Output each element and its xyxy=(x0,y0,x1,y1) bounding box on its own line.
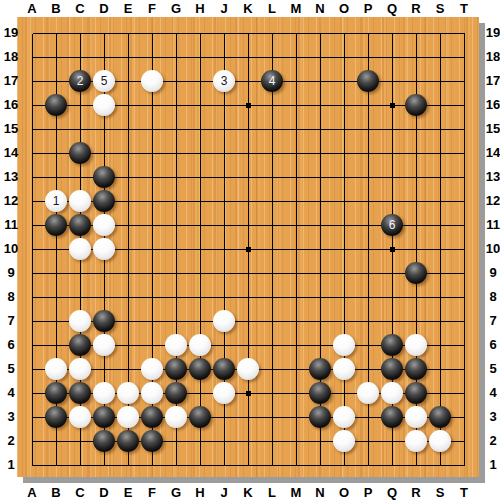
go-board[interactable]: 246531 xyxy=(17,17,479,477)
row-label-right-10: 10 xyxy=(482,237,500,261)
column-label-bottom-S: S xyxy=(428,485,452,500)
row-label-right-12: 12 xyxy=(482,189,500,213)
column-label-top-J: J xyxy=(212,1,236,16)
stone-black[interactable] xyxy=(93,166,115,188)
move-number-label: 4 xyxy=(269,75,276,87)
stone-black[interactable] xyxy=(45,214,67,236)
row-label-left-15: 15 xyxy=(0,117,22,141)
stone-white[interactable] xyxy=(333,430,355,452)
row-label-left-2: 2 xyxy=(0,429,22,453)
column-label-top-O: O xyxy=(332,1,356,16)
row-label-left-10: 10 xyxy=(0,237,22,261)
row-label-left-13: 13 xyxy=(0,165,22,189)
stone-white[interactable] xyxy=(69,190,91,212)
row-label-left-11: 11 xyxy=(0,213,22,237)
stone-white[interactable] xyxy=(405,406,427,428)
column-label-bottom-H: H xyxy=(188,485,212,500)
column-label-bottom-B: B xyxy=(44,485,68,500)
stone-white[interactable] xyxy=(69,238,91,260)
stone-white[interactable] xyxy=(93,94,115,116)
stone-white[interactable] xyxy=(405,430,427,452)
row-label-left-16: 16 xyxy=(0,93,22,117)
column-label-top-K: K xyxy=(236,1,260,16)
stone-black[interactable] xyxy=(45,94,67,116)
stone-black[interactable] xyxy=(405,382,427,404)
row-label-right-2: 2 xyxy=(482,429,500,453)
row-label-left-18: 18 xyxy=(0,45,22,69)
column-label-bottom-O: O xyxy=(332,485,356,500)
stone-black[interactable] xyxy=(381,406,403,428)
stone-white[interactable]: 1 xyxy=(45,190,67,212)
stone-black[interactable] xyxy=(93,310,115,332)
stone-white[interactable] xyxy=(165,406,187,428)
row-label-left-19: 19 xyxy=(0,21,22,45)
column-label-bottom-G: G xyxy=(164,485,188,500)
column-label-top-L: L xyxy=(260,1,284,16)
move-number-label: 1 xyxy=(53,195,60,207)
column-label-top-R: R xyxy=(404,1,428,16)
row-label-left-7: 7 xyxy=(0,309,22,333)
stone-white[interactable] xyxy=(117,406,139,428)
star-point xyxy=(390,103,395,108)
stone-black[interactable] xyxy=(69,334,91,356)
stone-black[interactable]: 2 xyxy=(69,70,91,92)
stone-black[interactable] xyxy=(213,358,235,380)
move-number-label: 2 xyxy=(77,75,84,87)
stone-black[interactable] xyxy=(165,358,187,380)
column-label-bottom-F: F xyxy=(140,485,164,500)
stone-black[interactable] xyxy=(405,262,427,284)
stone-white[interactable] xyxy=(93,382,115,404)
stone-white[interactable] xyxy=(429,430,451,452)
column-label-bottom-T: T xyxy=(452,485,476,500)
stone-black[interactable] xyxy=(93,190,115,212)
stone-black[interactable] xyxy=(405,358,427,380)
stone-black[interactable] xyxy=(381,334,403,356)
stone-white[interactable] xyxy=(141,70,163,92)
column-label-top-S: S xyxy=(428,1,452,16)
stone-white[interactable]: 5 xyxy=(93,70,115,92)
stone-black[interactable] xyxy=(309,358,331,380)
row-label-left-9: 9 xyxy=(0,261,22,285)
stone-black[interactable] xyxy=(165,382,187,404)
stone-black[interactable] xyxy=(69,142,91,164)
row-label-left-17: 17 xyxy=(0,69,22,93)
move-number-label: 6 xyxy=(389,219,396,231)
row-label-right-9: 9 xyxy=(482,261,500,285)
stone-white[interactable] xyxy=(381,382,403,404)
row-label-left-8: 8 xyxy=(0,285,22,309)
column-label-bottom-E: E xyxy=(116,485,140,500)
stone-white[interactable] xyxy=(93,238,115,260)
row-label-left-12: 12 xyxy=(0,189,22,213)
column-label-top-B: B xyxy=(44,1,68,16)
stone-white[interactable] xyxy=(333,334,355,356)
column-label-bottom-Q: Q xyxy=(380,485,404,500)
row-label-right-5: 5 xyxy=(482,357,500,381)
row-label-right-18: 18 xyxy=(482,45,500,69)
stone-black[interactable] xyxy=(141,430,163,452)
go-app-screen: 246531 AABBCCDDEEFFGGHHJJKKLLMMNNOOPPQQR… xyxy=(0,0,500,500)
stone-black[interactable] xyxy=(69,382,91,404)
column-label-bottom-A: A xyxy=(20,485,44,500)
column-label-bottom-C: C xyxy=(68,485,92,500)
column-label-bottom-R: R xyxy=(404,485,428,500)
stone-white[interactable] xyxy=(69,358,91,380)
row-label-right-11: 11 xyxy=(482,213,500,237)
stone-black[interactable] xyxy=(189,406,211,428)
row-label-left-6: 6 xyxy=(0,333,22,357)
row-label-right-4: 4 xyxy=(482,381,500,405)
column-label-top-Q: Q xyxy=(380,1,404,16)
row-label-right-6: 6 xyxy=(482,333,500,357)
stone-black[interactable] xyxy=(93,430,115,452)
stone-black[interactable] xyxy=(45,382,67,404)
stone-white[interactable] xyxy=(69,406,91,428)
column-label-top-C: C xyxy=(68,1,92,16)
column-label-top-P: P xyxy=(356,1,380,16)
row-label-right-16: 16 xyxy=(482,93,500,117)
stone-black[interactable] xyxy=(309,382,331,404)
column-label-top-H: H xyxy=(188,1,212,16)
row-label-left-3: 3 xyxy=(0,405,22,429)
column-label-top-T: T xyxy=(452,1,476,16)
stone-black[interactable] xyxy=(309,406,331,428)
stone-white[interactable] xyxy=(333,358,355,380)
stone-white[interactable] xyxy=(237,358,259,380)
column-label-bottom-P: P xyxy=(356,485,380,500)
stone-black[interactable]: 4 xyxy=(261,70,283,92)
stone-white[interactable] xyxy=(213,310,235,332)
row-label-right-8: 8 xyxy=(482,285,500,309)
stone-black[interactable] xyxy=(405,94,427,116)
stone-white[interactable] xyxy=(189,334,211,356)
stone-white[interactable] xyxy=(117,382,139,404)
row-label-left-14: 14 xyxy=(0,141,22,165)
stone-black[interactable] xyxy=(381,358,403,380)
stone-white[interactable]: 3 xyxy=(213,70,235,92)
column-label-top-N: N xyxy=(308,1,332,16)
column-label-bottom-L: L xyxy=(260,485,284,500)
stone-white[interactable] xyxy=(357,382,379,404)
stone-white[interactable] xyxy=(93,214,115,236)
star-point xyxy=(246,103,251,108)
stone-white[interactable] xyxy=(165,334,187,356)
star-point xyxy=(390,247,395,252)
row-label-right-1: 1 xyxy=(482,453,500,477)
row-label-right-14: 14 xyxy=(482,141,500,165)
row-label-right-15: 15 xyxy=(482,117,500,141)
stone-white[interactable] xyxy=(405,334,427,356)
stone-white[interactable] xyxy=(93,334,115,356)
column-label-bottom-J: J xyxy=(212,485,236,500)
star-point xyxy=(246,247,251,252)
column-label-top-F: F xyxy=(140,1,164,16)
stone-black[interactable] xyxy=(429,406,451,428)
column-label-bottom-D: D xyxy=(92,485,116,500)
stone-white[interactable] xyxy=(45,358,67,380)
stone-black[interactable]: 6 xyxy=(381,214,403,236)
row-label-right-13: 13 xyxy=(482,165,500,189)
stone-black[interactable] xyxy=(189,358,211,380)
stone-black[interactable] xyxy=(141,406,163,428)
row-label-right-17: 17 xyxy=(482,69,500,93)
row-label-right-19: 19 xyxy=(482,21,500,45)
stone-black[interactable] xyxy=(69,214,91,236)
move-number-label: 3 xyxy=(221,75,228,87)
stone-black[interactable] xyxy=(357,70,379,92)
column-label-bottom-K: K xyxy=(236,485,260,500)
stone-white[interactable] xyxy=(333,406,355,428)
column-label-bottom-N: N xyxy=(308,485,332,500)
stone-white[interactable] xyxy=(141,358,163,380)
row-label-right-7: 7 xyxy=(482,309,500,333)
stone-black[interactable] xyxy=(117,430,139,452)
row-label-right-3: 3 xyxy=(482,405,500,429)
row-label-left-5: 5 xyxy=(0,357,22,381)
stone-white[interactable] xyxy=(69,310,91,332)
star-point xyxy=(246,391,251,396)
move-number-label: 5 xyxy=(101,75,108,87)
stone-white[interactable] xyxy=(213,382,235,404)
column-label-top-A: A xyxy=(20,1,44,16)
column-label-bottom-M: M xyxy=(284,485,308,500)
stone-black[interactable] xyxy=(93,406,115,428)
column-label-top-G: G xyxy=(164,1,188,16)
row-label-left-1: 1 xyxy=(0,453,22,477)
row-label-left-4: 4 xyxy=(0,381,22,405)
column-label-top-M: M xyxy=(284,1,308,16)
stone-black[interactable] xyxy=(45,406,67,428)
column-label-top-E: E xyxy=(116,1,140,16)
stone-white[interactable] xyxy=(141,382,163,404)
column-label-top-D: D xyxy=(92,1,116,16)
